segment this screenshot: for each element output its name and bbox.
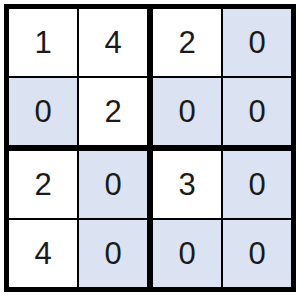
cell-r4c4[interactable]: 0 (223, 220, 291, 287)
cell-r1c4[interactable]: 0 (223, 9, 291, 76)
cell-r3c1[interactable]: 2 (9, 151, 77, 218)
cell-r3c4[interactable]: 0 (223, 151, 291, 218)
cell-r1c3[interactable]: 2 (153, 9, 221, 76)
puzzle-canvas: 1 4 2 0 0 2 0 0 2 0 3 0 4 0 0 0 (0, 0, 300, 296)
cell-r2c2[interactable]: 2 (79, 78, 147, 145)
cell-r1c1[interactable]: 1 (9, 9, 77, 76)
puzzle-board-4x4: 1 4 2 0 0 2 0 0 2 0 3 0 4 0 0 0 (4, 4, 296, 292)
cell-r3c3[interactable]: 3 (153, 151, 221, 218)
cell-r2c4[interactable]: 0 (223, 78, 291, 145)
cell-r2c3[interactable]: 0 (153, 78, 221, 145)
cell-r2c1[interactable]: 0 (9, 78, 77, 145)
cell-r3c2[interactable]: 0 (79, 151, 147, 218)
cell-r4c1[interactable]: 4 (9, 220, 77, 287)
cell-r1c2[interactable]: 4 (79, 9, 147, 76)
cell-r4c2[interactable]: 0 (79, 220, 147, 287)
cell-r4c3[interactable]: 0 (153, 220, 221, 287)
